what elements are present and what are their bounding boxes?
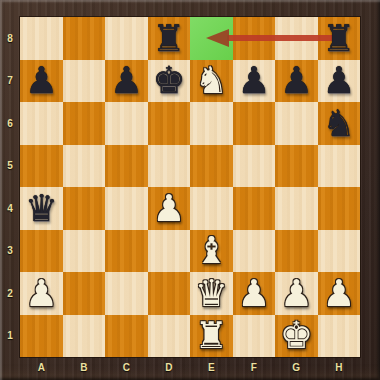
square-e7[interactable]: ♞ xyxy=(190,60,233,103)
piece-black-pawn[interactable]: ♟ xyxy=(322,62,355,99)
square-b4[interactable] xyxy=(63,187,106,230)
square-h5[interactable] xyxy=(318,145,361,188)
square-a1[interactable] xyxy=(20,315,63,358)
move-arrow-head-icon xyxy=(206,29,229,47)
rank-label-3: 3 xyxy=(0,230,20,273)
piece-white-rook[interactable]: ♜ xyxy=(195,317,228,354)
square-d5[interactable] xyxy=(148,145,191,188)
square-f7[interactable]: ♟ xyxy=(233,60,276,103)
square-e6[interactable] xyxy=(190,102,233,145)
piece-white-pawn[interactable]: ♟ xyxy=(152,190,185,227)
square-h7[interactable]: ♟ xyxy=(318,60,361,103)
rank-label-4: 4 xyxy=(0,187,20,230)
square-f5[interactable] xyxy=(233,145,276,188)
square-g3[interactable] xyxy=(275,230,318,273)
square-d1[interactable] xyxy=(148,315,191,358)
square-f4[interactable] xyxy=(233,187,276,230)
square-h8[interactable]: ♜ xyxy=(318,17,361,60)
square-b2[interactable] xyxy=(63,272,106,315)
piece-white-king[interactable]: ♚ xyxy=(280,317,313,354)
rank-label-8: 8 xyxy=(0,17,20,60)
rank-label-5: 5 xyxy=(0,145,20,188)
rank-label-1: 1 xyxy=(0,315,20,358)
square-f2[interactable]: ♟ xyxy=(233,272,276,315)
square-h4[interactable] xyxy=(318,187,361,230)
piece-black-rook[interactable]: ♜ xyxy=(322,20,355,57)
square-g6[interactable] xyxy=(275,102,318,145)
piece-white-bishop[interactable]: ♝ xyxy=(195,232,228,269)
piece-white-pawn[interactable]: ♟ xyxy=(237,275,270,312)
square-g7[interactable]: ♟ xyxy=(275,60,318,103)
piece-white-pawn[interactable]: ♟ xyxy=(25,275,58,312)
file-label-G: G xyxy=(275,357,318,378)
square-a3[interactable] xyxy=(20,230,63,273)
square-f6[interactable] xyxy=(233,102,276,145)
square-h1[interactable] xyxy=(318,315,361,358)
file-label-A: A xyxy=(20,357,63,378)
square-a8[interactable] xyxy=(20,17,63,60)
board-frame: ♜♜♟♟♚♞♟♟♟♞♛♟♝♟♛♟♟♟♜♚ 87654321ABCDEFGH xyxy=(0,0,380,380)
file-label-B: B xyxy=(63,357,106,378)
square-c8[interactable] xyxy=(105,17,148,60)
piece-black-pawn[interactable]: ♟ xyxy=(237,62,270,99)
square-a2[interactable]: ♟ xyxy=(20,272,63,315)
square-g1[interactable]: ♚ xyxy=(275,315,318,358)
piece-white-pawn[interactable]: ♟ xyxy=(322,275,355,312)
square-a7[interactable]: ♟ xyxy=(20,60,63,103)
square-b8[interactable] xyxy=(63,17,106,60)
square-c6[interactable] xyxy=(105,102,148,145)
file-label-H: H xyxy=(318,357,361,378)
piece-black-queen[interactable]: ♛ xyxy=(25,190,58,227)
square-e1[interactable]: ♜ xyxy=(190,315,233,358)
square-g4[interactable] xyxy=(275,187,318,230)
piece-black-pawn[interactable]: ♟ xyxy=(110,62,143,99)
file-label-E: E xyxy=(190,357,233,378)
square-c2[interactable] xyxy=(105,272,148,315)
square-a4[interactable]: ♛ xyxy=(20,187,63,230)
piece-black-pawn[interactable]: ♟ xyxy=(280,62,313,99)
square-b3[interactable] xyxy=(63,230,106,273)
square-e4[interactable] xyxy=(190,187,233,230)
square-b5[interactable] xyxy=(63,145,106,188)
square-c5[interactable] xyxy=(105,145,148,188)
square-b1[interactable] xyxy=(63,315,106,358)
piece-black-knight[interactable]: ♞ xyxy=(322,105,355,142)
square-g2[interactable]: ♟ xyxy=(275,272,318,315)
square-d3[interactable] xyxy=(148,230,191,273)
file-label-C: C xyxy=(105,357,148,378)
file-label-D: D xyxy=(148,357,191,378)
rank-label-6: 6 xyxy=(0,102,20,145)
square-e5[interactable] xyxy=(190,145,233,188)
square-f3[interactable] xyxy=(233,230,276,273)
square-c4[interactable] xyxy=(105,187,148,230)
square-h2[interactable]: ♟ xyxy=(318,272,361,315)
square-e3[interactable]: ♝ xyxy=(190,230,233,273)
piece-black-king[interactable]: ♚ xyxy=(152,62,185,99)
file-label-F: F xyxy=(233,357,276,378)
piece-black-pawn[interactable]: ♟ xyxy=(25,62,58,99)
square-c7[interactable]: ♟ xyxy=(105,60,148,103)
square-c3[interactable] xyxy=(105,230,148,273)
square-c1[interactable] xyxy=(105,315,148,358)
square-h6[interactable]: ♞ xyxy=(318,102,361,145)
square-d8[interactable]: ♜ xyxy=(148,17,191,60)
square-a5[interactable] xyxy=(20,145,63,188)
square-e2[interactable]: ♛ xyxy=(190,272,233,315)
piece-black-rook[interactable]: ♜ xyxy=(152,20,185,57)
square-g5[interactable] xyxy=(275,145,318,188)
square-b7[interactable] xyxy=(63,60,106,103)
square-f1[interactable] xyxy=(233,315,276,358)
square-d6[interactable] xyxy=(148,102,191,145)
piece-white-pawn[interactable]: ♟ xyxy=(280,275,313,312)
square-d7[interactable]: ♚ xyxy=(148,60,191,103)
square-a6[interactable] xyxy=(20,102,63,145)
square-b6[interactable] xyxy=(63,102,106,145)
rank-label-2: 2 xyxy=(0,272,20,315)
square-d2[interactable] xyxy=(148,272,191,315)
square-d4[interactable]: ♟ xyxy=(148,187,191,230)
square-h3[interactable] xyxy=(318,230,361,273)
piece-white-knight[interactable]: ♞ xyxy=(195,62,228,99)
chess-board: ♜♜♟♟♚♞♟♟♟♞♛♟♝♟♛♟♟♟♜♚ xyxy=(20,17,360,357)
piece-white-queen[interactable]: ♛ xyxy=(195,275,228,312)
rank-label-7: 7 xyxy=(0,60,20,103)
